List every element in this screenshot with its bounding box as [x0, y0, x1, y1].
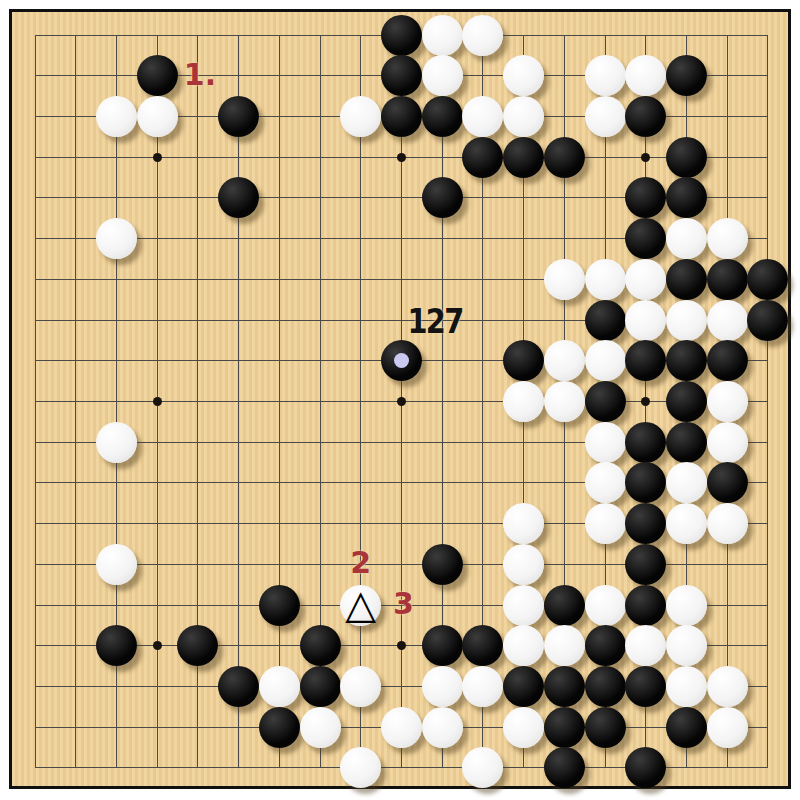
white-stone	[300, 707, 341, 748]
black-stone	[666, 381, 707, 422]
black-stone	[544, 585, 585, 626]
black-stone	[625, 462, 666, 503]
black-stone	[585, 707, 626, 748]
black-stone	[625, 747, 666, 788]
white-stone	[707, 707, 748, 748]
white-stone	[462, 96, 503, 137]
white-stone	[96, 422, 137, 463]
black-stone	[503, 137, 544, 178]
move-label: 127	[407, 301, 462, 341]
white-stone	[381, 707, 422, 748]
black-stone	[666, 707, 707, 748]
white-stone	[422, 55, 463, 96]
star-point	[153, 397, 162, 406]
white-stone	[666, 666, 707, 707]
black-stone	[381, 15, 422, 56]
white-stone	[503, 381, 544, 422]
black-stone	[585, 625, 626, 666]
star-point	[641, 397, 650, 406]
black-stone	[96, 625, 137, 666]
white-stone	[585, 55, 626, 96]
black-stone	[137, 55, 178, 96]
triangle-marker: △	[341, 584, 381, 624]
white-stone	[544, 381, 585, 422]
white-stone	[585, 340, 626, 381]
white-stone	[544, 625, 585, 666]
black-stone	[625, 585, 666, 626]
white-stone	[666, 625, 707, 666]
white-stone	[422, 666, 463, 707]
white-stone	[462, 747, 503, 788]
black-stone	[625, 666, 666, 707]
white-stone	[625, 55, 666, 96]
white-stone	[666, 300, 707, 341]
white-stone	[503, 707, 544, 748]
white-stone	[340, 666, 381, 707]
white-stone	[503, 55, 544, 96]
star-point	[397, 153, 406, 162]
black-stone	[422, 625, 463, 666]
black-stone	[625, 177, 666, 218]
white-stone	[544, 259, 585, 300]
black-stone	[625, 422, 666, 463]
black-stone	[707, 340, 748, 381]
star-point	[153, 153, 162, 162]
white-stone	[585, 585, 626, 626]
star-point	[397, 641, 406, 650]
white-stone	[666, 503, 707, 544]
black-stone	[707, 259, 748, 300]
black-stone	[259, 707, 300, 748]
black-stone	[747, 259, 788, 300]
white-stone	[462, 666, 503, 707]
move-label: 2	[350, 545, 371, 580]
white-stone	[503, 503, 544, 544]
white-stone	[707, 422, 748, 463]
star-point	[641, 153, 650, 162]
move-label: 3	[393, 586, 414, 621]
white-stone	[707, 300, 748, 341]
black-stone	[218, 96, 259, 137]
black-stone	[300, 666, 341, 707]
move-label: 1.	[184, 56, 216, 91]
black-stone	[544, 666, 585, 707]
black-stone	[585, 381, 626, 422]
black-stone	[503, 666, 544, 707]
black-stone	[422, 177, 463, 218]
white-stone	[666, 585, 707, 626]
black-stone	[503, 340, 544, 381]
star-point	[153, 641, 162, 650]
white-stone	[503, 96, 544, 137]
white-stone	[707, 218, 748, 259]
black-stone	[625, 544, 666, 585]
black-stone	[218, 177, 259, 218]
white-stone	[666, 218, 707, 259]
black-stone	[544, 137, 585, 178]
black-stone	[585, 666, 626, 707]
black-stone	[259, 585, 300, 626]
white-stone	[585, 462, 626, 503]
black-stone	[544, 707, 585, 748]
black-stone	[462, 625, 503, 666]
black-stone	[666, 259, 707, 300]
white-stone	[462, 15, 503, 56]
white-stone	[503, 585, 544, 626]
black-stone	[422, 544, 463, 585]
black-stone	[381, 55, 422, 96]
black-stone	[544, 747, 585, 788]
white-stone	[625, 259, 666, 300]
white-stone	[585, 96, 626, 137]
white-stone	[422, 15, 463, 56]
black-stone	[666, 422, 707, 463]
white-stone	[585, 259, 626, 300]
white-stone	[259, 666, 300, 707]
grid-line	[767, 35, 768, 769]
white-stone	[503, 544, 544, 585]
white-stone	[96, 96, 137, 137]
black-stone	[666, 340, 707, 381]
white-stone	[340, 747, 381, 788]
black-stone	[585, 300, 626, 341]
white-stone	[137, 96, 178, 137]
black-stone	[747, 300, 788, 341]
white-stone	[340, 96, 381, 137]
black-stone	[300, 625, 341, 666]
white-stone	[96, 544, 137, 585]
white-stone	[707, 381, 748, 422]
white-stone	[585, 503, 626, 544]
white-stone	[544, 340, 585, 381]
white-stone	[503, 625, 544, 666]
white-stone	[96, 218, 137, 259]
black-stone	[218, 666, 259, 707]
black-stone	[422, 96, 463, 137]
white-stone	[585, 422, 626, 463]
kifu-page: △1.12723	[0, 0, 800, 800]
white-stone	[707, 503, 748, 544]
black-stone	[381, 96, 422, 137]
black-stone	[462, 137, 503, 178]
black-stone	[625, 96, 666, 137]
white-stone	[422, 707, 463, 748]
black-stone	[625, 340, 666, 381]
black-stone	[707, 462, 748, 503]
go-board[interactable]: △1.12723	[9, 9, 791, 789]
white-stone	[707, 666, 748, 707]
black-stone	[666, 177, 707, 218]
star-point	[397, 397, 406, 406]
black-stone	[177, 625, 218, 666]
white-stone	[625, 300, 666, 341]
black-stone	[625, 218, 666, 259]
black-stone	[625, 503, 666, 544]
black-stone	[666, 137, 707, 178]
black-stone	[666, 55, 707, 96]
white-stone	[625, 625, 666, 666]
white-stone	[666, 462, 707, 503]
